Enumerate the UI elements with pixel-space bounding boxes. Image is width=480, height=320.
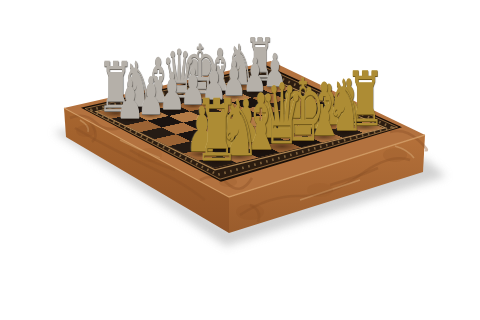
gold-piece-glyph: ♜ [195, 88, 239, 173]
chess-pieces-layer: ♜♞♟♝♟♚♟♛♟♝♟♞♟♜♟♟♟♟♜♟♞♟♝♟♚♟♛♟♝♟♞♜ [0, 0, 480, 320]
silver-piece-glyph: ♟ [116, 73, 144, 126]
chess-set-photo: ♜♞♟♝♟♚♟♛♟♝♟♞♟♜♟♟♟♟♜♟♞♟♝♟♚♟♛♟♝♟♞♜ [0, 0, 480, 320]
